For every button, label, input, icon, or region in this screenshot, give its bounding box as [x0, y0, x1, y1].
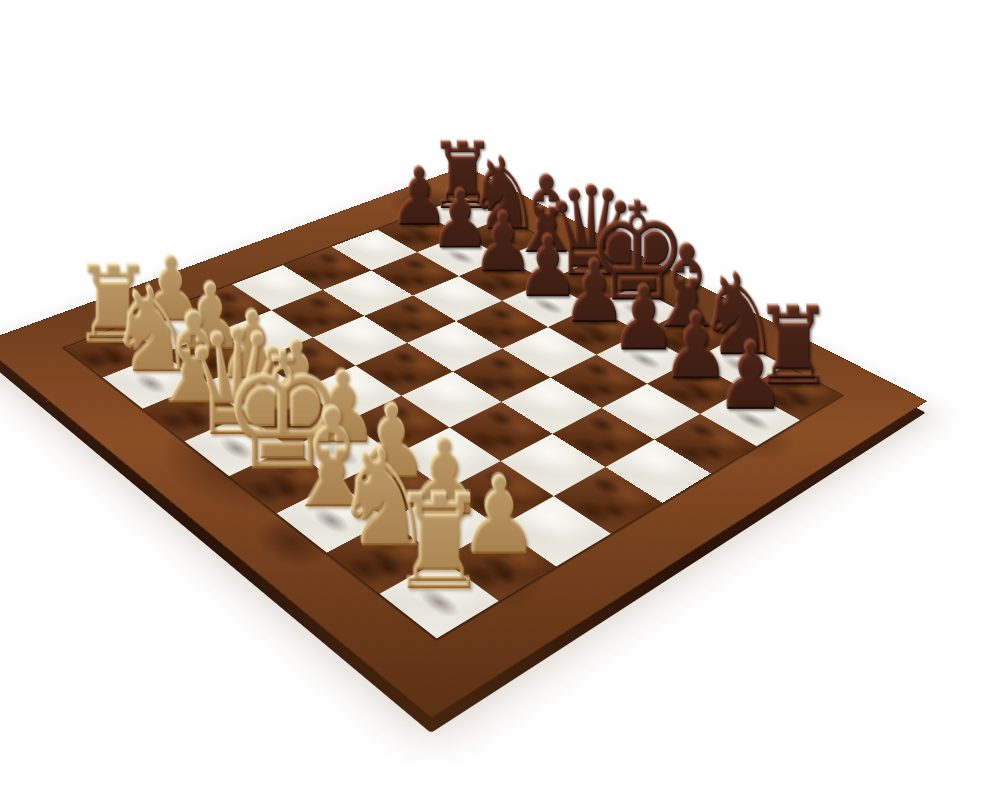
- white-rook[interactable]: ♜: [362, 466, 516, 598]
- rook-glyph-icon: ♜: [362, 476, 516, 608]
- board-squares: ♜♞♝♛♚♝♞♜♟♟♟♟♟♟♟♟♟♟♟♟♟♟♟♟♜♞♝♛♚♝♞♜: [65, 197, 842, 639]
- black-pawn[interactable]: ♟: [686, 323, 815, 417]
- board-frame: ♜♞♝♛♚♝♞♜♟♟♟♟♟♟♟♟♟♟♟♟♟♟♟♟♜♞♝♛♚♝♞♜: [0, 166, 927, 718]
- square-h1[interactable]: ♜: [380, 559, 499, 638]
- chess-set-photo-scene: ♜♞♝♛♚♝♞♜♟♟♟♟♟♟♟♟♟♟♟♟♟♟♟♟♜♞♝♛♚♝♞♜: [0, 0, 1000, 800]
- chess-board: ♜♞♝♛♚♝♞♜♟♟♟♟♟♟♟♟♟♟♟♟♟♟♟♟♜♞♝♛♚♝♞♜: [0, 166, 927, 718]
- pawn-glyph-icon: ♟: [686, 330, 815, 424]
